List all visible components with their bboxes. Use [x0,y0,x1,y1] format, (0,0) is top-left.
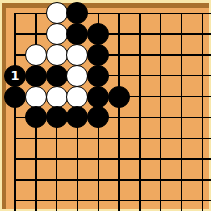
intersection-r10c2[interactable] [25,190,46,211]
intersection-r7c5[interactable] [88,128,109,149]
intersection-r2c9[interactable] [171,24,192,45]
black-stone [25,65,47,87]
intersection-r5c10[interactable] [192,86,211,107]
intersection-r2c8[interactable] [150,24,171,45]
intersection-r8c8[interactable] [150,149,171,170]
intersection-r3c3[interactable] [46,45,67,66]
intersection-r7c6[interactable] [109,128,130,149]
intersection-r3c7[interactable] [129,45,150,66]
intersection-r4c3[interactable] [46,65,67,86]
intersection-r2c7[interactable] [129,24,150,45]
intersection-r7c8[interactable] [150,128,171,149]
intersection-r6c4[interactable] [67,107,88,128]
intersection-r7c4[interactable] [67,128,88,149]
intersection-r2c10[interactable] [192,24,211,45]
intersection-r4c6[interactable] [109,65,130,86]
intersection-r2c1[interactable] [5,24,26,45]
intersection-r5c5[interactable] [88,86,109,107]
intersection-r4c2[interactable] [25,65,46,86]
intersection-r7c3[interactable] [46,128,67,149]
intersection-r5c2[interactable] [25,86,46,107]
intersection-r6c2[interactable] [25,107,46,128]
intersection-r8c1[interactable] [5,149,26,170]
black-stone [87,23,109,45]
intersection-r2c2[interactable] [25,24,46,45]
black-stone [87,65,109,87]
intersection-r5c9[interactable] [171,86,192,107]
intersection-r1c2[interactable] [25,3,46,24]
intersection-r5c8[interactable] [150,86,171,107]
intersection-r2c5[interactable] [88,24,109,45]
black-stone [4,86,26,108]
intersection-r7c9[interactable] [171,128,192,149]
intersection-r6c7[interactable] [129,107,150,128]
white-stone [66,65,88,87]
intersection-r9c7[interactable] [129,169,150,190]
move-number-label: 1 [10,69,19,82]
white-stone [46,44,68,66]
intersection-r7c10[interactable] [192,128,211,149]
black-stone [66,106,88,128]
intersection-r4c4[interactable] [67,65,88,86]
intersection-r1c5[interactable] [88,3,109,24]
intersection-r1c9[interactable] [171,3,192,24]
intersection-r5c6[interactable] [109,86,130,107]
intersection-r6c8[interactable] [150,107,171,128]
intersection-r5c3[interactable] [46,86,67,107]
intersection-r1c8[interactable] [150,3,171,24]
intersection-r3c8[interactable] [150,45,171,66]
intersection-r8c2[interactable] [25,149,46,170]
black-stone [66,23,88,45]
intersection-r6c6[interactable] [109,107,130,128]
go-board-diagram: 1 [0,0,211,211]
white-stone [46,86,68,108]
intersection-r1c10[interactable] [192,3,211,24]
intersection-r9c4[interactable] [67,169,88,190]
intersection-r6c1[interactable] [5,107,26,128]
intersection-r8c5[interactable] [88,149,109,170]
intersection-r4c1[interactable]: 1 [5,65,26,86]
black-stone [25,106,47,128]
intersection-r6c9[interactable] [171,107,192,128]
intersection-r4c8[interactable] [150,65,171,86]
black-stone [87,44,109,66]
intersection-r8c9[interactable] [171,149,192,170]
white-stone [66,44,88,66]
intersection-r10c7[interactable] [129,190,150,211]
intersection-r10c6[interactable] [109,190,130,211]
intersection-r1c1[interactable] [5,3,26,24]
intersection-r3c2[interactable] [25,45,46,66]
intersection-r5c1[interactable] [5,86,26,107]
intersection-r2c3[interactable] [46,24,67,45]
white-stone [66,86,88,108]
intersection-r3c6[interactable] [109,45,130,66]
intersection-r8c6[interactable] [109,149,130,170]
intersection-r10c8[interactable] [150,190,171,211]
intersection-r10c10[interactable] [192,190,211,211]
black-stone: 1 [4,65,26,87]
intersection-r9c1[interactable] [5,169,26,190]
intersection-r3c10[interactable] [192,45,211,66]
intersection-r9c10[interactable] [192,169,211,190]
black-stone [87,106,109,128]
intersection-r9c8[interactable] [150,169,171,190]
intersection-r9c9[interactable] [171,169,192,190]
intersection-r10c3[interactable] [46,190,67,211]
intersection-r5c7[interactable] [129,86,150,107]
intersection-r10c9[interactable] [171,190,192,211]
intersection-r3c9[interactable] [171,45,192,66]
intersection-r5c4[interactable] [67,86,88,107]
intersection-r8c3[interactable] [46,149,67,170]
intersection-r4c7[interactable] [129,65,150,86]
intersection-r4c9[interactable] [171,65,192,86]
intersection-r9c3[interactable] [46,169,67,190]
black-stone [87,86,109,108]
white-stone [25,44,47,66]
intersection-r8c4[interactable] [67,149,88,170]
intersection-r3c4[interactable] [67,45,88,66]
intersection-r8c7[interactable] [129,149,150,170]
intersection-r10c4[interactable] [67,190,88,211]
intersection-r1c6[interactable] [109,3,130,24]
white-stone [46,2,68,24]
intersection-r3c5[interactable] [88,45,109,66]
black-stone [66,2,88,24]
intersection-r1c3[interactable] [46,3,67,24]
intersection-r10c5[interactable] [88,190,109,211]
black-stone [108,86,130,108]
intersection-r7c2[interactable] [25,128,46,149]
intersection-r2c6[interactable] [109,24,130,45]
intersection-r9c6[interactable] [109,169,130,190]
intersection-r6c5[interactable] [88,107,109,128]
intersection-r4c10[interactable] [192,65,211,86]
intersection-r9c5[interactable] [88,169,109,190]
intersection-r4c5[interactable] [88,65,109,86]
white-stone [25,86,47,108]
intersection-r3c1[interactable] [5,45,26,66]
black-stone [46,65,68,87]
intersection-r6c3[interactable] [46,107,67,128]
intersection-r7c7[interactable] [129,128,150,149]
intersection-r7c1[interactable] [5,128,26,149]
black-stone [46,106,68,128]
intersection-r6c10[interactable] [192,107,211,128]
intersection-r10c1[interactable] [5,190,26,211]
intersection-r1c4[interactable] [67,3,88,24]
intersection-r2c4[interactable] [67,24,88,45]
white-stone [46,23,68,45]
board-grid: 1 [5,3,211,211]
intersection-r1c7[interactable] [129,3,150,24]
intersection-r8c10[interactable] [192,149,211,170]
intersection-r9c2[interactable] [25,169,46,190]
